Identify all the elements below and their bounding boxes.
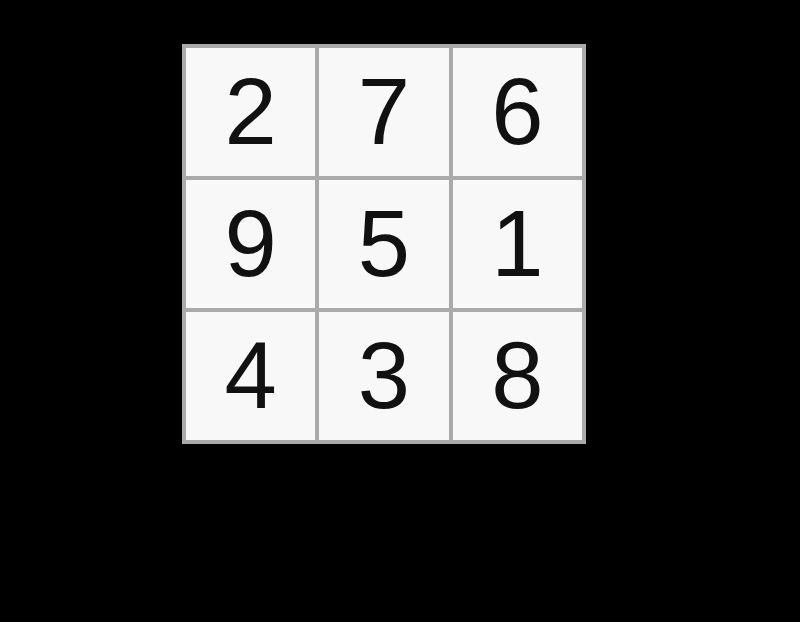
cell-r2c2: 5 xyxy=(319,180,448,308)
magic-square-board: 2 7 6 9 5 1 4 3 8 xyxy=(182,44,586,444)
cell-r2c3: 1 xyxy=(453,180,582,308)
cell-r1c1: 2 xyxy=(186,48,315,176)
cell-r1c2: 7 xyxy=(319,48,448,176)
cell-r3c1: 4 xyxy=(186,312,315,440)
cell-r1c3: 6 xyxy=(453,48,582,176)
cell-r3c2: 3 xyxy=(319,312,448,440)
cell-r3c3: 8 xyxy=(453,312,582,440)
cell-r2c1: 9 xyxy=(186,180,315,308)
